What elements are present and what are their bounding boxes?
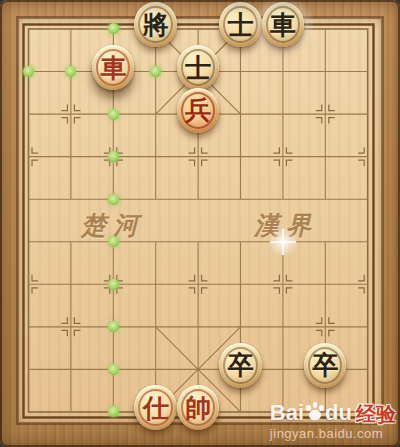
move-hint-dot[interactable] [92,263,134,306]
black-soldier-cell: 卒 [219,348,261,391]
red-advisor[interactable]: 仕 [134,385,176,430]
red-soldier[interactable]: 兵 [177,88,219,133]
red-soldier-glyph: 兵 [185,97,211,123]
black-general-cell: 將 [134,8,176,51]
red-general[interactable]: 帥 [177,385,219,430]
black-chariot[interactable]: 車 [262,2,304,47]
watermark: Bai du 经验 jingyan.baidu.com [270,402,396,440]
baidu-paw-icon [306,402,324,422]
black-soldier[interactable]: 卒 [304,343,346,388]
board-grid: 將士車士車兵卒卒仕帥 [7,8,389,433]
move-hint-dot[interactable] [92,8,134,51]
watermark-url: jingyan.baidu.com [270,427,396,440]
red-advisor-glyph: 仕 [143,395,169,421]
red-general-glyph: 帥 [185,395,211,421]
black-soldier-cell: 卒 [304,348,346,391]
watermark-du: du [325,402,352,424]
black-soldier-glyph: 卒 [312,352,338,378]
red-general-cell: 帥 [177,391,219,434]
black-soldier[interactable]: 卒 [219,343,261,388]
black-advisor-glyph: 士 [227,12,253,38]
watermark-jingyan: 经验 [356,404,396,424]
red-chariot-glyph: 車 [100,55,126,81]
red-chariot-cell: 車 [92,50,134,93]
black-general-glyph: 將 [143,12,169,38]
red-advisor-cell: 仕 [134,391,176,434]
move-hint-dot[interactable] [50,50,92,93]
move-hint-dot[interactable] [92,306,134,349]
black-general[interactable]: 將 [134,2,176,47]
move-hint-dot[interactable] [92,391,134,434]
move-hint-dot[interactable] [7,50,49,93]
black-advisor-cell: 士 [177,50,219,93]
move-hint-dot[interactable] [92,220,134,263]
watermark-bai: Bai [270,402,304,424]
move-hint-dot[interactable] [92,178,134,221]
move-hint-dot[interactable] [134,50,176,93]
xiangqi-board-screenshot: 楚河 漢界 將士車士車兵卒卒仕帥 Bai du 经验 jingyan.baidu… [0,0,400,447]
black-soldier-glyph: 卒 [227,352,253,378]
black-chariot-glyph: 車 [270,12,296,38]
move-hint-dot[interactable] [92,135,134,178]
black-advisor-glyph: 士 [185,55,211,81]
black-chariot-cell: 車 [262,8,304,51]
move-hint-dot[interactable] [92,348,134,391]
black-advisor[interactable]: 士 [177,45,219,90]
move-hint-dot[interactable] [92,93,134,136]
red-soldier-cell: 兵 [177,93,219,136]
red-chariot[interactable]: 車 [92,45,134,90]
